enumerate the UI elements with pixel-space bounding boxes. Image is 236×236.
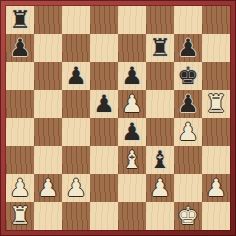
white-pawn-a2: ♟ [9, 174, 31, 202]
white-bishop-e3: ♝ [121, 146, 143, 174]
square-h8[interactable] [202, 6, 230, 34]
square-c8[interactable] [62, 6, 90, 34]
square-f3[interactable]: ♝ [146, 146, 174, 174]
square-g1[interactable]: ♚ [174, 202, 202, 230]
white-pawn-b2: ♟ [37, 174, 59, 202]
black-bishop-f3: ♝ [149, 146, 171, 174]
square-a8[interactable]: ♜ [6, 6, 34, 34]
square-a4[interactable] [6, 118, 34, 146]
square-d2[interactable] [90, 174, 118, 202]
square-a6[interactable] [6, 62, 34, 90]
square-a7[interactable]: ♟ [6, 34, 34, 62]
square-b8[interactable] [34, 6, 62, 34]
black-pawn-e4: ♟ [121, 118, 143, 146]
square-g8[interactable] [174, 6, 202, 34]
square-f8[interactable] [146, 6, 174, 34]
square-e4[interactable]: ♟ [118, 118, 146, 146]
square-d4[interactable] [90, 118, 118, 146]
square-c2[interactable]: ♟ [62, 174, 90, 202]
square-d3[interactable] [90, 146, 118, 174]
square-b7[interactable] [34, 34, 62, 62]
black-pawn-c6: ♟ [65, 62, 87, 90]
square-h3[interactable] [202, 146, 230, 174]
square-b6[interactable] [34, 62, 62, 90]
square-g3[interactable] [174, 146, 202, 174]
square-f7[interactable]: ♜ [146, 34, 174, 62]
black-king-g6: ♚ [177, 62, 199, 90]
square-f1[interactable] [146, 202, 174, 230]
square-a5[interactable] [6, 90, 34, 118]
square-g4[interactable]: ♟ [174, 118, 202, 146]
square-c7[interactable] [62, 34, 90, 62]
black-rook-a8: ♜ [9, 6, 31, 34]
square-c4[interactable] [62, 118, 90, 146]
square-e5[interactable]: ♟ [118, 90, 146, 118]
square-b1[interactable] [34, 202, 62, 230]
square-c5[interactable] [62, 90, 90, 118]
square-e7[interactable] [118, 34, 146, 62]
square-d7[interactable] [90, 34, 118, 62]
square-e3[interactable]: ♝ [118, 146, 146, 174]
black-rook-f7: ♜ [149, 34, 171, 62]
square-h1[interactable] [202, 202, 230, 230]
white-pawn-f2: ♟ [149, 174, 171, 202]
square-d8[interactable] [90, 6, 118, 34]
white-pawn-e5: ♟ [121, 90, 143, 118]
square-e8[interactable] [118, 6, 146, 34]
board: ♜♟♜♟♟♟♚♟♟♟♜♟♟♝♝♟♟♟♟♟♜♚ [6, 6, 230, 230]
square-e1[interactable] [118, 202, 146, 230]
square-g2[interactable] [174, 174, 202, 202]
square-g5[interactable]: ♟ [174, 90, 202, 118]
square-b3[interactable] [34, 146, 62, 174]
white-pawn-g4: ♟ [177, 118, 199, 146]
black-pawn-d5: ♟ [93, 90, 115, 118]
square-b4[interactable] [34, 118, 62, 146]
square-d6[interactable] [90, 62, 118, 90]
white-pawn-h2: ♟ [205, 174, 227, 202]
white-rook-a1: ♜ [9, 202, 31, 230]
square-c6[interactable]: ♟ [62, 62, 90, 90]
square-a1[interactable]: ♜ [6, 202, 34, 230]
square-g6[interactable]: ♚ [174, 62, 202, 90]
square-b2[interactable]: ♟ [34, 174, 62, 202]
black-pawn-a7: ♟ [9, 34, 31, 62]
square-c1[interactable] [62, 202, 90, 230]
board-frame: ♜♟♜♟♟♟♚♟♟♟♜♟♟♝♝♟♟♟♟♟♜♚ [0, 0, 236, 236]
square-e2[interactable] [118, 174, 146, 202]
white-pawn-c2: ♟ [65, 174, 87, 202]
square-d5[interactable]: ♟ [90, 90, 118, 118]
square-a2[interactable]: ♟ [6, 174, 34, 202]
square-e6[interactable]: ♟ [118, 62, 146, 90]
black-pawn-g7: ♟ [177, 34, 199, 62]
square-h5[interactable]: ♜ [202, 90, 230, 118]
black-pawn-e6: ♟ [121, 62, 143, 90]
square-h7[interactable] [202, 34, 230, 62]
square-c3[interactable] [62, 146, 90, 174]
white-rook-h5: ♜ [205, 90, 227, 118]
square-a3[interactable] [6, 146, 34, 174]
square-b5[interactable] [34, 90, 62, 118]
square-f4[interactable] [146, 118, 174, 146]
square-f2[interactable]: ♟ [146, 174, 174, 202]
square-f5[interactable] [146, 90, 174, 118]
square-h6[interactable] [202, 62, 230, 90]
white-king-g1: ♚ [177, 202, 199, 230]
square-f6[interactable] [146, 62, 174, 90]
black-pawn-g5: ♟ [177, 90, 199, 118]
square-h4[interactable] [202, 118, 230, 146]
square-g7[interactable]: ♟ [174, 34, 202, 62]
square-h2[interactable]: ♟ [202, 174, 230, 202]
square-d1[interactable] [90, 202, 118, 230]
